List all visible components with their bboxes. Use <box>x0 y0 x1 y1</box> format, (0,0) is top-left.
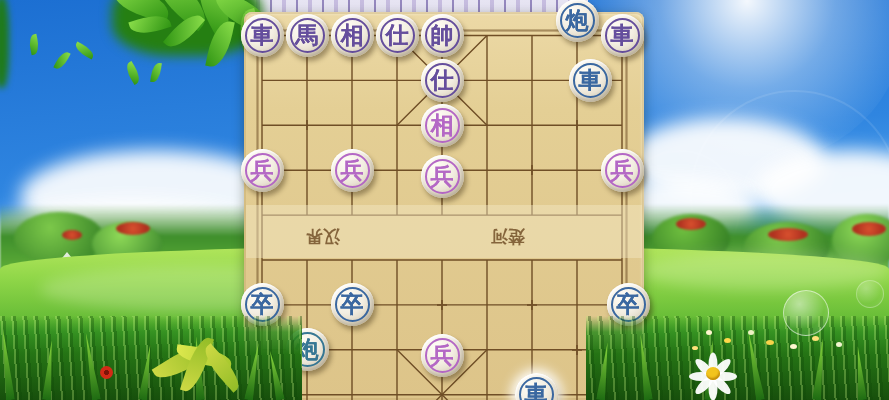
piece-ring: 車 <box>573 63 608 98</box>
piece-character: 兵 <box>341 159 364 182</box>
piece-purple-general[interactable]: 帥 <box>421 14 464 57</box>
piece-ring: 車 <box>605 18 640 53</box>
piece-ring: 帥 <box>425 18 460 53</box>
piece-purple-soldier[interactable]: 兵 <box>601 149 644 192</box>
piece-purple-soldier[interactable]: 兵 <box>331 149 374 192</box>
piece-character: 仕 <box>386 24 409 47</box>
piece-purple-soldier[interactable]: 兵 <box>421 155 464 198</box>
petal-scatter <box>812 336 819 341</box>
piece-ring: 兵 <box>245 153 280 188</box>
position-marker <box>527 300 537 310</box>
piece-purple-advisor[interactable]: 仕 <box>421 59 464 102</box>
piece-character: 馬 <box>296 24 319 47</box>
piece-purple-soldier[interactable]: 兵 <box>421 334 464 377</box>
piece-character: 車 <box>525 383 548 400</box>
petal-scatter <box>766 340 774 345</box>
piece-blue-soldier[interactable]: 卒 <box>331 283 374 326</box>
xiangqi-board[interactable]: 汉界 楚河 車馬相仕帥炮車仕車相兵兵兵兵卒卒卒炮兵車 <box>244 12 644 400</box>
red-blossoms <box>768 228 808 241</box>
piece-ring: 卒 <box>335 287 370 322</box>
position-marker <box>302 120 312 130</box>
piece-purple-soldier[interactable]: 兵 <box>241 149 284 192</box>
piece-ring: 馬 <box>290 18 325 53</box>
piece-blue-chariot[interactable]: 車 <box>569 59 612 102</box>
bubble <box>856 280 884 308</box>
position-marker <box>437 300 447 310</box>
piece-layer: 車馬相仕帥炮車仕車相兵兵兵兵卒卒卒炮兵車 <box>244 12 644 400</box>
piece-ring: 相 <box>335 18 370 53</box>
piece-character: 兵 <box>611 159 634 182</box>
piece-ring: 兵 <box>605 153 640 188</box>
meadow-highlight <box>640 252 889 290</box>
piece-purple-elephant[interactable]: 相 <box>421 104 464 147</box>
petal-scatter <box>790 344 797 349</box>
piece-ring: 車 <box>519 377 554 400</box>
petal-scatter <box>748 330 754 335</box>
bubble <box>783 290 829 336</box>
piece-purple-advisor[interactable]: 仕 <box>376 14 419 57</box>
petal-scatter <box>706 330 712 335</box>
red-blossoms <box>62 230 82 240</box>
piece-character: 帥 <box>431 24 454 47</box>
petal-scatter <box>836 342 842 347</box>
game-scene: 汉界 楚河 車馬相仕帥炮車仕車相兵兵兵兵卒卒卒炮兵車 <box>0 0 889 400</box>
piece-character: 卒 <box>341 293 364 316</box>
position-marker <box>527 165 537 175</box>
piece-purple-horse[interactable]: 馬 <box>286 14 329 57</box>
red-blossoms <box>852 222 886 236</box>
piece-ring: 車 <box>245 18 280 53</box>
piece-character: 車 <box>611 24 634 47</box>
petal-scatter <box>692 346 698 350</box>
piece-purple-chariot[interactable]: 車 <box>601 14 644 57</box>
piece-character: 仕 <box>431 69 454 92</box>
piece-character: 卒 <box>251 293 274 316</box>
daisy-flower <box>688 352 748 400</box>
red-flower <box>100 366 113 379</box>
piece-blue-chariot[interactable]: 車 <box>515 373 558 400</box>
piece-ring: 炮 <box>560 3 595 38</box>
piece-character: 相 <box>431 114 454 137</box>
piece-character: 相 <box>341 24 364 47</box>
piece-character: 車 <box>579 69 602 92</box>
piece-ring: 仕 <box>380 18 415 53</box>
red-blossoms <box>116 222 150 235</box>
piece-character: 卒 <box>617 293 640 316</box>
piece-ring: 兵 <box>425 338 460 373</box>
piece-character: 車 <box>251 24 274 47</box>
piece-blue-cannon[interactable]: 炮 <box>556 0 599 42</box>
piece-ring: 仕 <box>425 63 460 98</box>
piece-purple-elephant[interactable]: 相 <box>331 14 374 57</box>
piece-ring: 相 <box>425 108 460 143</box>
piece-character: 兵 <box>431 344 454 367</box>
piece-purple-chariot[interactable]: 車 <box>241 14 284 57</box>
red-blossoms <box>676 218 706 230</box>
grass-foreground <box>0 316 302 400</box>
position-marker <box>572 345 582 355</box>
position-marker <box>572 120 582 130</box>
petal-scatter <box>724 338 731 343</box>
piece-character: 兵 <box>251 159 274 182</box>
piece-ring: 兵 <box>425 159 460 194</box>
piece-character: 炮 <box>566 9 589 32</box>
piece-ring: 兵 <box>335 153 370 188</box>
piece-character: 兵 <box>431 165 454 188</box>
